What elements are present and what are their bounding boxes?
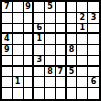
sudoku-cell-r6c4[interactable]: 3	[34, 56, 45, 67]
sudoku-cell-r2c4[interactable]	[34, 13, 45, 24]
sudoku-cell-r8c1[interactable]	[2, 77, 13, 88]
sudoku-cell-r3c4[interactable]: 6	[34, 24, 45, 35]
sudoku-cell-r3c7[interactable]	[67, 24, 78, 35]
sudoku-cell-r2c9[interactable]: 3	[88, 13, 99, 24]
sudoku-cell-r8c5[interactable]	[45, 77, 56, 88]
sudoku-cell-r2c6[interactable]	[56, 13, 67, 24]
sudoku-cell-r1c1[interactable]: 7	[2, 2, 13, 13]
sudoku-cell-r7c8[interactable]	[77, 67, 88, 78]
sudoku-cell-r5c8[interactable]	[77, 45, 88, 56]
sudoku-cell-r8c7[interactable]	[67, 77, 78, 88]
sudoku-cell-r5c6[interactable]	[56, 45, 67, 56]
sudoku-cell-r4c3[interactable]	[24, 34, 35, 45]
sudoku-cell-r7c2[interactable]	[13, 67, 24, 78]
sudoku-cell-r4c5[interactable]	[45, 34, 56, 45]
sudoku-cell-r7c6[interactable]: 7	[56, 67, 67, 78]
sudoku-cell-r3c9[interactable]	[88, 24, 99, 35]
sudoku-cell-r8c4[interactable]	[34, 77, 45, 88]
sudoku-cell-r3c6[interactable]	[56, 24, 67, 35]
sudoku-cell-r4c1[interactable]: 4	[2, 34, 13, 45]
sudoku-cell-r2c3[interactable]	[24, 13, 35, 24]
sudoku-cell-r5c2[interactable]	[13, 45, 24, 56]
sudoku-cell-r6c6[interactable]	[56, 56, 67, 67]
sudoku-cell-r2c5[interactable]	[45, 13, 56, 24]
sudoku-cell-r9c4[interactable]	[34, 88, 45, 99]
sudoku-cell-r6c1[interactable]	[2, 56, 13, 67]
sudoku-cell-r1c4[interactable]	[34, 2, 45, 13]
sudoku-cell-r1c6[interactable]	[56, 2, 67, 13]
sudoku-cell-r7c4[interactable]	[34, 67, 45, 78]
sudoku-cell-r3c8[interactable]: 1	[77, 24, 88, 35]
sudoku-cell-r6c7[interactable]	[67, 56, 78, 67]
sudoku-cell-r4c6[interactable]	[56, 34, 67, 45]
sudoku-cell-r3c1[interactable]	[2, 24, 13, 35]
sudoku-cell-r2c2[interactable]	[13, 13, 24, 24]
sudoku-cell-r4c2[interactable]	[13, 34, 24, 45]
sudoku-cell-r3c2[interactable]	[13, 24, 24, 35]
sudoku-cell-r4c7[interactable]	[67, 34, 78, 45]
sudoku-board: 79523614198387516	[0, 0, 101, 101]
sudoku-cell-r5c9[interactable]	[88, 45, 99, 56]
sudoku-cell-r9c8[interactable]	[77, 88, 88, 99]
sudoku-cell-r9c2[interactable]	[13, 88, 24, 99]
sudoku-cell-r4c4[interactable]: 1	[34, 34, 45, 45]
sudoku-cell-r7c5[interactable]: 8	[45, 67, 56, 78]
sudoku-cell-r5c3[interactable]	[24, 45, 35, 56]
sudoku-cell-r6c2[interactable]	[13, 56, 24, 67]
sudoku-cell-r9c5[interactable]	[45, 88, 56, 99]
sudoku-cell-r1c8[interactable]	[77, 2, 88, 13]
sudoku-cell-r9c9[interactable]	[88, 88, 99, 99]
sudoku-cell-r5c5[interactable]	[45, 45, 56, 56]
sudoku-cell-r3c5[interactable]	[45, 24, 56, 35]
sudoku-cell-r1c5[interactable]: 5	[45, 2, 56, 13]
sudoku-cell-r4c8[interactable]	[77, 34, 88, 45]
sudoku-cell-r8c2[interactable]: 1	[13, 77, 24, 88]
sudoku-cell-r1c9[interactable]	[88, 2, 99, 13]
sudoku-cell-r8c9[interactable]: 6	[88, 77, 99, 88]
sudoku-cell-r6c5[interactable]	[45, 56, 56, 67]
sudoku-cell-r5c7[interactable]: 8	[67, 45, 78, 56]
sudoku-cell-r6c3[interactable]	[24, 56, 35, 67]
sudoku-cell-r2c8[interactable]: 2	[77, 13, 88, 24]
sudoku-cell-r8c6[interactable]	[56, 77, 67, 88]
sudoku-cell-r1c2[interactable]	[13, 2, 24, 13]
sudoku-cell-r7c3[interactable]	[24, 67, 35, 78]
sudoku-cell-r8c8[interactable]	[77, 77, 88, 88]
sudoku-cell-r9c1[interactable]	[2, 88, 13, 99]
sudoku-cell-r1c7[interactable]	[67, 2, 78, 13]
sudoku-cell-r7c7[interactable]: 5	[67, 67, 78, 78]
sudoku-cell-r8c3[interactable]	[24, 77, 35, 88]
sudoku-cell-r9c3[interactable]	[24, 88, 35, 99]
sudoku-cell-r4c9[interactable]	[88, 34, 99, 45]
sudoku-cell-r2c7[interactable]	[67, 13, 78, 24]
sudoku-cell-r6c9[interactable]	[88, 56, 99, 67]
sudoku-cell-r5c1[interactable]: 9	[2, 45, 13, 56]
sudoku-cell-r9c7[interactable]	[67, 88, 78, 99]
sudoku-cell-r2c1[interactable]	[2, 13, 13, 24]
sudoku-cell-r5c4[interactable]	[34, 45, 45, 56]
sudoku-cell-r1c3[interactable]: 9	[24, 2, 35, 13]
sudoku-cell-r7c9[interactable]	[88, 67, 99, 78]
sudoku-cell-r9c6[interactable]	[56, 88, 67, 99]
sudoku-cell-r6c8[interactable]	[77, 56, 88, 67]
sudoku-cell-r7c1[interactable]	[2, 67, 13, 78]
sudoku-cell-r3c3[interactable]	[24, 24, 35, 35]
